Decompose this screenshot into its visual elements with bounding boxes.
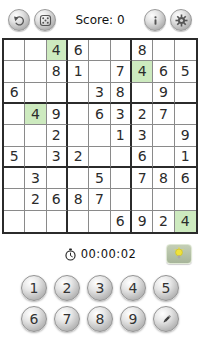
board-cell-r6c9[interactable]: 1 bbox=[175, 147, 196, 168]
board-cell-r2c2[interactable] bbox=[25, 61, 46, 82]
board-cell-r2c3[interactable]: 8 bbox=[47, 61, 68, 82]
board-cell-r7c7[interactable]: 7 bbox=[132, 168, 153, 189]
board-cell-r7c6[interactable] bbox=[111, 168, 132, 189]
settings-button[interactable] bbox=[170, 9, 192, 31]
board-cell-r6c1[interactable]: 5 bbox=[4, 147, 25, 168]
board-cell-r1c5[interactable] bbox=[89, 40, 110, 61]
board-cell-r7c5[interactable]: 5 bbox=[89, 168, 110, 189]
board-cell-r2c7[interactable]: 4 bbox=[132, 61, 153, 82]
board-cell-r6c5[interactable] bbox=[89, 147, 110, 168]
board-cell-r8c1[interactable] bbox=[4, 189, 25, 210]
board-cell-r5c1[interactable] bbox=[4, 125, 25, 146]
pencil-button[interactable] bbox=[153, 306, 179, 332]
numpad-row-1: 12345 bbox=[0, 275, 200, 301]
board-cell-r5c8[interactable] bbox=[153, 125, 174, 146]
top-bar: Score: 0 bbox=[0, 0, 200, 31]
board-cell-r4c2[interactable]: 4 bbox=[25, 104, 46, 125]
board-cell-r2c5[interactable] bbox=[89, 61, 110, 82]
board-cell-r8c5[interactable]: 7 bbox=[89, 189, 110, 210]
board-cell-r5c4[interactable] bbox=[68, 125, 89, 146]
board-cell-r6c7[interactable]: 6 bbox=[132, 147, 153, 168]
board-cell-r4c3[interactable]: 9 bbox=[47, 104, 68, 125]
board-cell-r8c8[interactable] bbox=[153, 189, 174, 210]
board-cell-r9c9[interactable]: 4 bbox=[175, 211, 196, 232]
board-cell-r8c7[interactable] bbox=[132, 189, 153, 210]
new-game-button[interactable] bbox=[34, 9, 56, 31]
top-right-buttons bbox=[144, 9, 192, 31]
stopwatch-icon bbox=[64, 248, 77, 261]
board-cell-r1c2[interactable] bbox=[25, 40, 46, 61]
board-cell-r6c8[interactable] bbox=[153, 147, 174, 168]
dice-icon bbox=[39, 14, 52, 27]
gear-icon bbox=[175, 14, 188, 27]
board-cell-r4c9[interactable] bbox=[175, 104, 196, 125]
board-cell-r5c7[interactable]: 3 bbox=[132, 125, 153, 146]
board-cell-r7c8[interactable]: 8 bbox=[153, 168, 174, 189]
board-cell-r5c6[interactable]: 1 bbox=[111, 125, 132, 146]
numpad-row-2: 6789 bbox=[0, 306, 200, 332]
board-cell-r9c3[interactable] bbox=[47, 211, 68, 232]
numpad-button-2[interactable]: 2 bbox=[54, 275, 80, 301]
numpad-button-5[interactable]: 5 bbox=[153, 275, 179, 301]
score-label: Score: 0 bbox=[56, 13, 144, 27]
board-cell-r8c9[interactable] bbox=[175, 189, 196, 210]
numpad-button-3[interactable]: 3 bbox=[87, 275, 113, 301]
board-cell-r7c3[interactable] bbox=[47, 168, 68, 189]
board-cell-r2c8[interactable]: 6 bbox=[153, 61, 174, 82]
timer-label: 00:00:02 bbox=[81, 247, 137, 261]
board-cell-r3c4[interactable] bbox=[68, 83, 89, 104]
board-cell-r6c2[interactable] bbox=[25, 147, 46, 168]
board-cell-r3c2[interactable] bbox=[25, 83, 46, 104]
board-cell-r2c9[interactable]: 5 bbox=[175, 61, 196, 82]
board-cell-r4c6[interactable]: 3 bbox=[111, 104, 132, 125]
board-cell-r6c4[interactable]: 2 bbox=[68, 147, 89, 168]
sudoku-app: Score: 0 4688174656389496327213953261357… bbox=[0, 0, 200, 332]
board-cell-r8c2[interactable]: 2 bbox=[25, 189, 46, 210]
board-cell-r4c4[interactable] bbox=[68, 104, 89, 125]
board-cell-r5c9[interactable]: 9 bbox=[175, 125, 196, 146]
board-cell-r2c4[interactable]: 1 bbox=[68, 61, 89, 82]
board-cell-r5c2[interactable] bbox=[25, 125, 46, 146]
board-cell-r5c3[interactable]: 2 bbox=[47, 125, 68, 146]
board-cell-r6c3[interactable]: 3 bbox=[47, 147, 68, 168]
info-button[interactable] bbox=[144, 9, 166, 31]
numpad-button-9[interactable]: 9 bbox=[120, 306, 146, 332]
board-cell-r7c2[interactable]: 3 bbox=[25, 168, 46, 189]
board-cell-r3c6[interactable]: 8 bbox=[111, 83, 132, 104]
board-cell-r1c7[interactable]: 8 bbox=[132, 40, 153, 61]
board-cell-r4c7[interactable]: 2 bbox=[132, 104, 153, 125]
board-cell-r4c8[interactable]: 7 bbox=[153, 104, 174, 125]
sudoku-board: 4688174656389496327213953261357862687692… bbox=[2, 38, 198, 234]
board-cell-r5c5[interactable] bbox=[89, 125, 110, 146]
board-cell-r3c8[interactable]: 9 bbox=[153, 83, 174, 104]
board-cell-r3c7[interactable] bbox=[132, 83, 153, 104]
top-left-buttons bbox=[8, 9, 56, 31]
hint-button[interactable] bbox=[166, 244, 192, 264]
numpad-button-4[interactable]: 4 bbox=[120, 275, 146, 301]
board-cell-r7c9[interactable]: 6 bbox=[175, 168, 196, 189]
board-cell-r9c1[interactable] bbox=[4, 211, 25, 232]
board-cell-r4c1[interactable] bbox=[4, 104, 25, 125]
board-cell-r9c2[interactable] bbox=[25, 211, 46, 232]
board-cell-r1c3[interactable]: 4 bbox=[47, 40, 68, 61]
board-cell-r3c5[interactable]: 3 bbox=[89, 83, 110, 104]
board-cell-r7c4[interactable] bbox=[68, 168, 89, 189]
board-cell-r1c8[interactable] bbox=[153, 40, 174, 61]
numpad-button-7[interactable]: 7 bbox=[54, 306, 80, 332]
status-row: 00:00:02 bbox=[0, 243, 200, 265]
board-cell-r9c8[interactable]: 2 bbox=[153, 211, 174, 232]
board-cell-r1c6[interactable] bbox=[111, 40, 132, 61]
numpad-button-6[interactable]: 6 bbox=[21, 306, 47, 332]
board-cell-r2c1[interactable] bbox=[4, 61, 25, 82]
info-icon bbox=[150, 15, 161, 26]
board-cell-r7c1[interactable] bbox=[4, 168, 25, 189]
board-cell-r8c6[interactable] bbox=[111, 189, 132, 210]
board-cell-r8c4[interactable]: 8 bbox=[68, 189, 89, 210]
board-cell-r4c5[interactable]: 6 bbox=[89, 104, 110, 125]
board-cell-r1c9[interactable] bbox=[175, 40, 196, 61]
pencil-icon bbox=[160, 313, 173, 326]
board-cell-r3c9[interactable] bbox=[175, 83, 196, 104]
board-cell-r9c7[interactable]: 9 bbox=[132, 211, 153, 232]
number-pad: 12345 6789 bbox=[0, 275, 200, 332]
undo-button[interactable] bbox=[8, 9, 30, 31]
board-cell-r3c1[interactable]: 6 bbox=[4, 83, 25, 104]
board-cell-r8c3[interactable]: 6 bbox=[47, 189, 68, 210]
undo-icon bbox=[13, 14, 26, 27]
board-cell-r3c3[interactable] bbox=[47, 83, 68, 104]
board-cell-r9c6[interactable]: 6 bbox=[111, 211, 132, 232]
board-cell-r9c4[interactable] bbox=[68, 211, 89, 232]
board-cell-r2c6[interactable]: 7 bbox=[111, 61, 132, 82]
numpad-button-1[interactable]: 1 bbox=[21, 275, 47, 301]
board-cell-r1c4[interactable]: 6 bbox=[68, 40, 89, 61]
lightbulb-icon bbox=[172, 247, 186, 261]
board-cell-r9c5[interactable] bbox=[89, 211, 110, 232]
board-cell-r1c1[interactable] bbox=[4, 40, 25, 61]
board-cell-r6c6[interactable] bbox=[111, 147, 132, 168]
numpad-button-8[interactable]: 8 bbox=[87, 306, 113, 332]
